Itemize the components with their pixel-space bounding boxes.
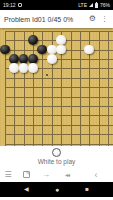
vibrate-icon — [18, 3, 22, 7]
grid-line-horizontal — [5, 125, 113, 126]
turn-panel: White to play — [0, 146, 113, 167]
app-bar: Problem Id01 0/45 0% ⚙ ⋮ — [0, 10, 113, 28]
grid-line-horizontal — [5, 31, 113, 32]
black-stone[interactable] — [19, 54, 29, 64]
grid-line-vertical — [80, 31, 81, 146]
grid-line-vertical — [33, 31, 34, 146]
black-stone[interactable] — [28, 54, 38, 64]
white-stone[interactable] — [47, 54, 57, 64]
tune-icon[interactable]: ☰ — [2, 167, 14, 182]
white-stone[interactable] — [84, 45, 94, 55]
back-chevron-icon[interactable]: ‹ — [90, 167, 102, 182]
rewind-icon[interactable]: ◂◂ — [60, 167, 74, 182]
battery-icon — [95, 3, 98, 8]
android-nav-bar: ◀ ● ■ — [0, 182, 113, 197]
grid-line-horizontal — [5, 106, 113, 107]
grid-line-horizontal — [5, 144, 113, 145]
grid-line-vertical — [24, 31, 25, 146]
grid-line-horizontal — [5, 78, 113, 79]
clock: 19:12 — [3, 0, 16, 10]
page-title: Problem Id01 0/45 0% — [4, 16, 89, 23]
phone-screen: 19:12 LTE 76% Problem Id01 0/45 0% ⚙ ⋮ W… — [0, 0, 113, 200]
white-stone[interactable] — [19, 63, 29, 73]
grid-line-horizontal — [5, 115, 113, 116]
white-stone[interactable] — [56, 35, 66, 45]
white-stone[interactable] — [47, 45, 57, 55]
white-stone[interactable] — [9, 63, 19, 73]
edit-icon[interactable]: ✎ — [19, 167, 33, 182]
black-stone[interactable] — [0, 45, 10, 55]
white-stone[interactable] — [56, 45, 66, 55]
grid-line-horizontal — [5, 134, 113, 135]
nav-home-icon[interactable]: ● — [55, 182, 59, 197]
white-stone-turn-icon — [52, 148, 61, 157]
bottom-toolbar: ☰ ✎ → ◂◂ ‹ — [0, 167, 113, 182]
white-stone[interactable] — [28, 63, 38, 73]
status-bar: 19:12 LTE 76% — [0, 0, 113, 10]
star-point-marker — [46, 74, 48, 76]
grid-line-vertical — [71, 31, 72, 146]
grid-line-vertical — [108, 31, 109, 146]
signal-icon — [89, 3, 93, 7]
overflow-menu-icon[interactable]: ⋮ — [101, 10, 109, 28]
grid-line-horizontal — [5, 87, 113, 88]
grid-line-vertical — [99, 31, 100, 146]
go-board[interactable] — [0, 28, 113, 146]
black-stone[interactable] — [9, 54, 19, 64]
nav-recents-icon[interactable]: ■ — [85, 182, 89, 197]
black-stone[interactable] — [28, 35, 38, 45]
network-label: LTE — [78, 0, 87, 10]
battery-percent: 76% — [100, 0, 110, 10]
next-arrow-icon[interactable]: → — [40, 167, 52, 182]
settings-gear-icon[interactable]: ⚙ — [89, 10, 96, 28]
turn-label: White to play — [38, 158, 76, 165]
black-stone[interactable] — [37, 45, 47, 55]
grid-line-vertical — [14, 31, 15, 146]
nav-back-icon[interactable]: ◀ — [24, 182, 29, 197]
grid-line-horizontal — [5, 97, 113, 98]
